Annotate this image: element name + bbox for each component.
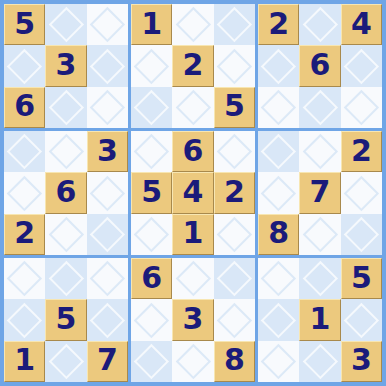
sudoku-cell-r2c5: 2 xyxy=(172,45,213,86)
sudoku-cell-r2c6[interactable] xyxy=(214,45,255,86)
sudoku-cell-r8c9[interactable] xyxy=(341,299,382,340)
sudoku-cell-r1c1: 5 xyxy=(4,4,45,45)
given-digit: 6 xyxy=(14,91,35,123)
sudoku-cell-r8c4[interactable] xyxy=(131,299,172,340)
sudoku-cell-r5c1[interactable] xyxy=(4,172,45,213)
given-digit: 3 xyxy=(97,136,118,168)
sudoku-cell-r1c3[interactable] xyxy=(87,4,128,45)
sudoku-cell-r7c9: 5 xyxy=(341,258,382,299)
sudoku-cell-r3c2[interactable] xyxy=(45,87,86,128)
sudoku-cell-r6c1: 2 xyxy=(4,214,45,255)
sudoku-cell-r4c4[interactable] xyxy=(131,131,172,172)
sudoku-cell-r9c8[interactable] xyxy=(299,341,340,382)
sudoku-cell-r5c3[interactable] xyxy=(87,172,128,213)
sudoku-box-r1c2: 125 xyxy=(131,4,255,128)
sudoku-cell-r7c8[interactable] xyxy=(299,258,340,299)
sudoku-cell-r3c8[interactable] xyxy=(299,87,340,128)
sudoku-cell-r5c7[interactable] xyxy=(258,172,299,213)
given-digit: 3 xyxy=(351,345,372,377)
sudoku-cell-r6c9[interactable] xyxy=(341,214,382,255)
sudoku-board: 53612524636265421278517638513 xyxy=(0,0,386,386)
sudoku-cell-r5c2: 6 xyxy=(45,172,86,213)
sudoku-cell-r6c6[interactable] xyxy=(214,214,255,255)
sudoku-cell-r7c3[interactable] xyxy=(87,258,128,299)
sudoku-cell-r9c6: 8 xyxy=(214,341,255,382)
given-digit: 1 xyxy=(183,218,204,250)
sudoku-cell-r3c5[interactable] xyxy=(172,87,213,128)
given-digit: 6 xyxy=(141,263,162,295)
sudoku-cell-r8c5: 3 xyxy=(172,299,213,340)
sudoku-cell-r3c6: 5 xyxy=(214,87,255,128)
given-digit: 1 xyxy=(14,345,35,377)
given-digit: 2 xyxy=(224,177,245,209)
sudoku-cell-r2c4[interactable] xyxy=(131,45,172,86)
sudoku-cell-r4c5: 6 xyxy=(172,131,213,172)
sudoku-cell-r3c7[interactable] xyxy=(258,87,299,128)
given-digit: 4 xyxy=(183,177,204,209)
sudoku-cell-r6c2[interactable] xyxy=(45,214,86,255)
sudoku-cell-r1c8[interactable] xyxy=(299,4,340,45)
sudoku-box-r2c3: 278 xyxy=(258,131,382,255)
sudoku-cell-r1c6[interactable] xyxy=(214,4,255,45)
sudoku-box-r3c2: 638 xyxy=(131,258,255,382)
given-digit: 4 xyxy=(351,9,372,41)
sudoku-cell-r5c9[interactable] xyxy=(341,172,382,213)
sudoku-cell-r7c7[interactable] xyxy=(258,258,299,299)
sudoku-cell-r4c7[interactable] xyxy=(258,131,299,172)
given-digit: 6 xyxy=(310,50,331,82)
sudoku-cell-r5c5: 4 xyxy=(172,172,213,213)
sudoku-cell-r9c5[interactable] xyxy=(172,341,213,382)
sudoku-cell-r4c8[interactable] xyxy=(299,131,340,172)
given-digit: 2 xyxy=(351,136,372,168)
given-digit: 5 xyxy=(141,177,162,209)
sudoku-cell-r2c7[interactable] xyxy=(258,45,299,86)
given-digit: 8 xyxy=(224,345,245,377)
sudoku-cell-r6c7: 8 xyxy=(258,214,299,255)
given-digit: 2 xyxy=(183,50,204,82)
sudoku-cell-r1c7: 2 xyxy=(258,4,299,45)
sudoku-cell-r8c3[interactable] xyxy=(87,299,128,340)
sudoku-cell-r1c9: 4 xyxy=(341,4,382,45)
sudoku-cell-r7c4: 6 xyxy=(131,258,172,299)
sudoku-cell-r4c9: 2 xyxy=(341,131,382,172)
sudoku-cell-r9c3: 7 xyxy=(87,341,128,382)
sudoku-box-r2c2: 65421 xyxy=(131,131,255,255)
given-digit: 6 xyxy=(56,177,77,209)
sudoku-cell-r8c7[interactable] xyxy=(258,299,299,340)
sudoku-cell-r8c1[interactable] xyxy=(4,299,45,340)
sudoku-cell-r8c2: 5 xyxy=(45,299,86,340)
sudoku-cell-r4c3: 3 xyxy=(87,131,128,172)
sudoku-cell-r4c2[interactable] xyxy=(45,131,86,172)
sudoku-box-r3c3: 513 xyxy=(258,258,382,382)
sudoku-box-r1c3: 246 xyxy=(258,4,382,128)
sudoku-box-r1c1: 536 xyxy=(4,4,128,128)
given-digit: 6 xyxy=(183,136,204,168)
given-digit: 8 xyxy=(268,218,289,250)
sudoku-cell-r4c1[interactable] xyxy=(4,131,45,172)
sudoku-cell-r2c9[interactable] xyxy=(341,45,382,86)
sudoku-cell-r8c6[interactable] xyxy=(214,299,255,340)
sudoku-box-r2c1: 362 xyxy=(4,131,128,255)
sudoku-cell-r8c8: 1 xyxy=(299,299,340,340)
sudoku-cell-r9c7[interactable] xyxy=(258,341,299,382)
sudoku-cell-r2c3[interactable] xyxy=(87,45,128,86)
sudoku-cell-r1c4: 1 xyxy=(131,4,172,45)
given-digit: 3 xyxy=(183,304,204,336)
sudoku-cell-r7c5[interactable] xyxy=(172,258,213,299)
sudoku-cell-r2c1[interactable] xyxy=(4,45,45,86)
sudoku-cell-r9c1: 1 xyxy=(4,341,45,382)
sudoku-cell-r3c1: 6 xyxy=(4,87,45,128)
given-digit: 1 xyxy=(141,9,162,41)
sudoku-cell-r5c6: 2 xyxy=(214,172,255,213)
sudoku-cell-r3c9[interactable] xyxy=(341,87,382,128)
sudoku-cell-r3c4[interactable] xyxy=(131,87,172,128)
sudoku-cell-r7c2[interactable] xyxy=(45,258,86,299)
given-digit: 2 xyxy=(268,9,289,41)
sudoku-cell-r5c8: 7 xyxy=(299,172,340,213)
given-digit: 5 xyxy=(351,263,372,295)
given-digit: 2 xyxy=(14,218,35,250)
sudoku-cell-r2c8: 6 xyxy=(299,45,340,86)
sudoku-cell-r6c5: 1 xyxy=(172,214,213,255)
sudoku-cell-r7c6[interactable] xyxy=(214,258,255,299)
sudoku-cell-r6c8[interactable] xyxy=(299,214,340,255)
sudoku-cell-r6c3[interactable] xyxy=(87,214,128,255)
sudoku-cell-r1c5[interactable] xyxy=(172,4,213,45)
sudoku-box-r3c1: 517 xyxy=(4,258,128,382)
given-digit: 5 xyxy=(14,9,35,41)
sudoku-cell-r1c2[interactable] xyxy=(45,4,86,45)
given-digit: 1 xyxy=(310,304,331,336)
given-digit: 7 xyxy=(97,345,118,377)
sudoku-cell-r3c3[interactable] xyxy=(87,87,128,128)
sudoku-cell-r5c4: 5 xyxy=(131,172,172,213)
sudoku-cell-r2c2: 3 xyxy=(45,45,86,86)
given-digit: 3 xyxy=(56,50,77,82)
sudoku-cell-r9c2[interactable] xyxy=(45,341,86,382)
given-digit: 7 xyxy=(310,177,331,209)
given-digit: 5 xyxy=(56,304,77,336)
sudoku-cell-r9c4[interactable] xyxy=(131,341,172,382)
given-digit: 5 xyxy=(224,91,245,123)
sudoku-cell-r4c6[interactable] xyxy=(214,131,255,172)
sudoku-cell-r7c1[interactable] xyxy=(4,258,45,299)
sudoku-cell-r6c4[interactable] xyxy=(131,214,172,255)
sudoku-cell-r9c9: 3 xyxy=(341,341,382,382)
